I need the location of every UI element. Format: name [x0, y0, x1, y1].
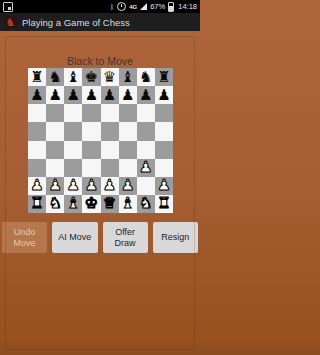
square[interactable]: ♟ [46, 86, 64, 104]
black-pawn: ♟ [48, 88, 61, 103]
white-pawn: ♟ [48, 178, 61, 193]
resign-button[interactable]: Resign [153, 222, 198, 253]
battery-icon [168, 2, 174, 12]
black-rook: ♜ [157, 70, 170, 85]
square[interactable] [46, 104, 64, 122]
square[interactable]: ♛ [101, 195, 119, 213]
square[interactable] [82, 104, 100, 122]
white-pawn: ♟ [85, 178, 98, 193]
black-bishop: ♝ [67, 70, 80, 85]
square[interactable] [28, 122, 46, 140]
mobile-data-icon: 4G [129, 4, 137, 10]
square[interactable]: ♚ [82, 195, 100, 213]
square[interactable] [64, 159, 82, 177]
square[interactable]: ♜ [28, 68, 46, 86]
square[interactable]: ♟ [82, 177, 100, 195]
action-button-row: Undo Move AI Move Offer Draw Resign [0, 222, 200, 253]
white-pawn: ♟ [30, 178, 43, 193]
white-king: ♚ [85, 196, 98, 211]
square[interactable] [82, 159, 100, 177]
app-title: Playing a Game of Chess [22, 17, 130, 28]
white-rook: ♜ [30, 196, 43, 211]
square[interactable] [101, 141, 119, 159]
black-bishop: ♝ [121, 70, 134, 85]
square[interactable] [137, 122, 155, 140]
square[interactable]: ♟ [119, 177, 137, 195]
white-bishop: ♝ [67, 196, 80, 211]
title-bar: ♞ Playing a Game of Chess [0, 13, 200, 31]
white-knight: ♞ [139, 196, 152, 211]
white-pawn: ♟ [67, 178, 80, 193]
square[interactable]: ♝ [119, 195, 137, 213]
black-pawn: ♟ [121, 88, 134, 103]
app-icon: ♞ [4, 16, 17, 29]
square[interactable] [137, 141, 155, 159]
square[interactable]: ♝ [64, 68, 82, 86]
square[interactable]: ♟ [101, 177, 119, 195]
black-knight: ♞ [139, 70, 152, 85]
square[interactable]: ♞ [137, 195, 155, 213]
square[interactable]: ♟ [28, 86, 46, 104]
white-bishop: ♝ [121, 196, 134, 211]
square[interactable] [46, 141, 64, 159]
white-pawn: ♟ [139, 160, 152, 175]
square[interactable]: ♝ [119, 68, 137, 86]
square[interactable] [82, 122, 100, 140]
black-king: ♚ [85, 70, 98, 85]
black-pawn: ♟ [103, 88, 116, 103]
square[interactable]: ♚ [82, 68, 100, 86]
black-pawn: ♟ [139, 88, 152, 103]
status-bar: ᛒ 4G 67% 14:18 [0, 0, 200, 13]
square[interactable]: ♟ [64, 177, 82, 195]
square[interactable] [101, 104, 119, 122]
square[interactable]: ♟ [46, 177, 64, 195]
square[interactable]: ♟ [137, 159, 155, 177]
square[interactable]: ♛ [101, 68, 119, 86]
square[interactable]: ♟ [155, 86, 173, 104]
black-queen: ♛ [103, 70, 116, 85]
black-pawn: ♟ [157, 88, 170, 103]
square[interactable] [64, 104, 82, 122]
square[interactable] [155, 159, 173, 177]
screenshot-icon [3, 2, 13, 12]
status-time: 14:18 [178, 2, 197, 11]
square[interactable] [46, 159, 64, 177]
square[interactable] [28, 141, 46, 159]
black-knight: ♞ [48, 70, 61, 85]
square[interactable] [155, 141, 173, 159]
square[interactable] [155, 122, 173, 140]
square[interactable] [137, 177, 155, 195]
square[interactable] [137, 104, 155, 122]
square[interactable]: ♞ [137, 68, 155, 86]
black-rook: ♜ [30, 70, 43, 85]
black-pawn: ♟ [30, 88, 43, 103]
square[interactable] [119, 122, 137, 140]
square[interactable]: ♟ [64, 86, 82, 104]
square[interactable] [119, 159, 137, 177]
turn-indicator: Black to Move [0, 55, 200, 68]
square[interactable] [28, 104, 46, 122]
square[interactable] [28, 159, 46, 177]
square[interactable] [101, 159, 119, 177]
chess-board[interactable]: ♜♞♝♚♛♝♞♜♟♟♟♟♟♟♟♟♟♟♟♟♟♟♟♟♜♞♝♚♛♝♞♜ [28, 68, 173, 213]
square[interactable]: ♜ [155, 68, 173, 86]
square[interactable]: ♟ [155, 177, 173, 195]
square[interactable]: ♞ [46, 195, 64, 213]
offer-draw-button[interactable]: Offer Draw [103, 222, 148, 253]
square[interactable]: ♜ [155, 195, 173, 213]
white-rook: ♜ [157, 196, 170, 211]
square[interactable] [155, 104, 173, 122]
square[interactable]: ♟ [82, 86, 100, 104]
black-pawn: ♟ [85, 88, 98, 103]
square[interactable]: ♟ [28, 177, 46, 195]
square[interactable]: ♟ [137, 86, 155, 104]
ai-move-button[interactable]: AI Move [52, 222, 97, 253]
square[interactable]: ♜ [28, 195, 46, 213]
square[interactable] [119, 141, 137, 159]
black-pawn: ♟ [67, 88, 80, 103]
square[interactable] [82, 141, 100, 159]
battery-percent: 67% [150, 2, 165, 11]
white-pawn: ♟ [103, 178, 116, 193]
undo-move-button[interactable]: Undo Move [2, 222, 47, 253]
white-knight: ♞ [48, 196, 61, 211]
square[interactable]: ♟ [119, 86, 137, 104]
square[interactable] [64, 141, 82, 159]
square[interactable] [46, 122, 64, 140]
white-pawn: ♟ [121, 178, 134, 193]
white-queen: ♛ [103, 196, 116, 211]
square[interactable] [119, 104, 137, 122]
square[interactable]: ♝ [64, 195, 82, 213]
square[interactable] [101, 122, 119, 140]
square[interactable]: ♟ [101, 86, 119, 104]
white-pawn: ♟ [157, 178, 170, 193]
alarm-icon [117, 2, 126, 11]
square[interactable] [64, 122, 82, 140]
square[interactable]: ♞ [46, 68, 64, 86]
signal-icon [140, 3, 147, 10]
bluetooth-icon: ᛒ [110, 3, 114, 11]
